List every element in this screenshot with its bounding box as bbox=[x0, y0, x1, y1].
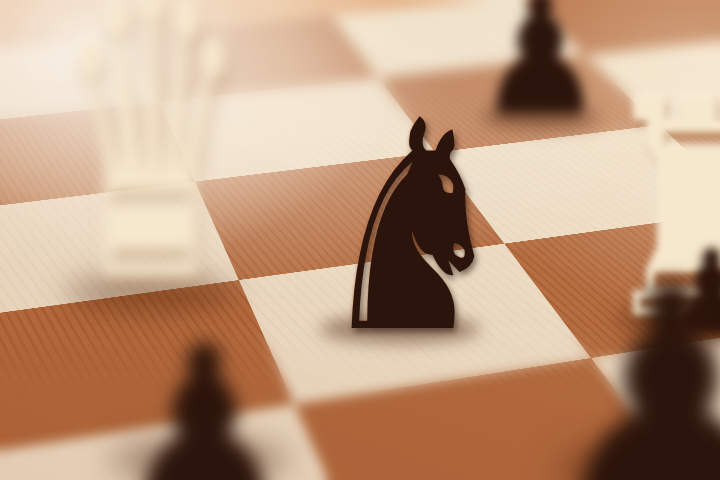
black-pawn-glyph: ♟ bbox=[115, 315, 294, 480]
black-knight-piece: ♞ bbox=[283, 83, 543, 373]
black-knight-glyph: ♞ bbox=[317, 83, 509, 373]
black-pawn-piece: ♟ bbox=[524, 243, 720, 480]
black-pawn-glyph: ♟ bbox=[539, 243, 720, 480]
white-queen-piece: ♛ bbox=[18, 0, 287, 290]
black-pawn-piece: ♟ bbox=[100, 315, 311, 480]
chess-photo-scene: ♛♟♞♜♟♟♟ bbox=[0, 0, 720, 480]
white-queen-glyph: ♛ bbox=[55, 0, 249, 338]
